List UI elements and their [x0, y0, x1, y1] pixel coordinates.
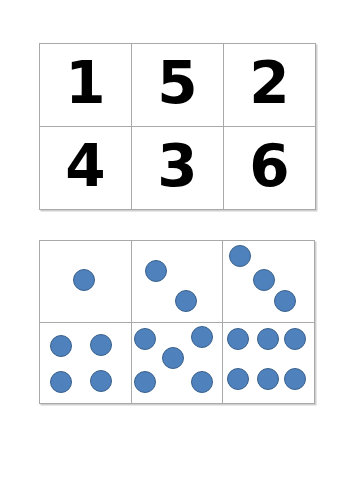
dot-card-2 [132, 241, 224, 323]
counting-dot [191, 371, 213, 393]
counting-dot [90, 370, 112, 392]
number-card-3: 3 [132, 127, 224, 210]
counting-dot [274, 290, 296, 312]
counting-dot [50, 335, 72, 357]
number-cards-grid: 152436 [39, 43, 316, 210]
counting-dot [175, 290, 197, 312]
counting-dot [257, 368, 279, 390]
number-card-5: 5 [132, 44, 224, 127]
dot-card-3 [223, 241, 315, 323]
dot-card-4 [40, 323, 132, 405]
counting-dot [162, 347, 184, 369]
number-card-4: 4 [40, 127, 132, 210]
counting-dot [134, 328, 156, 350]
dot-card-1 [40, 241, 132, 323]
counting-dot [145, 260, 167, 282]
counting-dot [227, 368, 249, 390]
counting-dot [227, 328, 249, 350]
counting-dot [191, 326, 213, 348]
counting-dot [284, 328, 306, 350]
number-card-2: 2 [224, 44, 316, 127]
counting-dot [253, 269, 275, 291]
number-card-6: 6 [224, 127, 316, 210]
number-card-1: 1 [40, 44, 132, 127]
counting-dot [90, 334, 112, 356]
counting-dot [257, 328, 279, 350]
counting-dot [284, 368, 306, 390]
counting-dot [73, 269, 95, 291]
dot-card-6 [223, 323, 315, 405]
dot-cards-grid [39, 240, 315, 404]
counting-dot [50, 371, 72, 393]
dot-card-5 [132, 323, 224, 405]
counting-dot [229, 245, 251, 267]
counting-dot [134, 371, 156, 393]
